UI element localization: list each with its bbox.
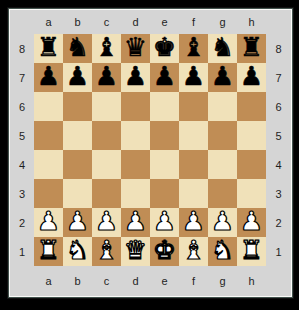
- piece-white-rook[interactable]: ♜: [240, 237, 263, 265]
- piece-white-pawn[interactable]: ♟: [153, 208, 176, 236]
- rank-label-1: 1: [10, 237, 34, 266]
- piece-black-king[interactable]: ♚: [153, 34, 176, 62]
- square-d8[interactable]: ♛: [121, 34, 150, 63]
- file-label-b: b: [63, 266, 92, 296]
- file-label-e: e: [150, 266, 179, 296]
- file-label-f: f: [179, 266, 208, 296]
- rank-label-7: 7: [266, 63, 291, 92]
- piece-black-rook[interactable]: ♜: [37, 34, 60, 62]
- piece-white-knight[interactable]: ♞: [211, 237, 234, 265]
- piece-white-queen[interactable]: ♛: [124, 237, 147, 265]
- square-g8[interactable]: ♞: [208, 34, 237, 63]
- file-label-c: c: [92, 10, 121, 34]
- piece-white-pawn[interactable]: ♟: [211, 208, 234, 236]
- square-a5[interactable]: [34, 121, 63, 150]
- square-d2[interactable]: ♟: [121, 208, 150, 237]
- square-e1[interactable]: ♚: [150, 237, 179, 266]
- square-h2[interactable]: ♟: [237, 208, 266, 237]
- square-g3[interactable]: [208, 179, 237, 208]
- piece-black-bishop[interactable]: ♝: [182, 34, 205, 62]
- piece-white-pawn[interactable]: ♟: [95, 208, 118, 236]
- square-b4[interactable]: [63, 150, 92, 179]
- frame-corner-top-left: [10, 10, 34, 34]
- square-d3[interactable]: [121, 179, 150, 208]
- file-labels-bottom: abcdefgh: [34, 266, 266, 296]
- piece-white-knight[interactable]: ♞: [66, 237, 89, 265]
- piece-black-pawn[interactable]: ♟: [95, 63, 118, 91]
- square-f2[interactable]: ♟: [179, 208, 208, 237]
- rank-label-4: 4: [266, 150, 291, 179]
- piece-black-pawn[interactable]: ♟: [124, 63, 147, 91]
- square-c2[interactable]: ♟: [92, 208, 121, 237]
- square-e4[interactable]: [150, 150, 179, 179]
- file-label-b: b: [63, 10, 92, 34]
- file-label-d: d: [121, 266, 150, 296]
- rank-label-3: 3: [266, 179, 291, 208]
- square-b8[interactable]: ♞: [63, 34, 92, 63]
- piece-black-knight[interactable]: ♞: [66, 34, 89, 62]
- rank-label-2: 2: [266, 208, 291, 237]
- square-c6[interactable]: [92, 92, 121, 121]
- piece-black-pawn[interactable]: ♟: [66, 63, 89, 91]
- square-d7[interactable]: ♟: [121, 63, 150, 92]
- square-g2[interactable]: ♟: [208, 208, 237, 237]
- square-h3[interactable]: [237, 179, 266, 208]
- piece-white-bishop[interactable]: ♝: [95, 237, 118, 265]
- rank-label-2: 2: [10, 208, 34, 237]
- rank-label-3: 3: [10, 179, 34, 208]
- square-c3[interactable]: [92, 179, 121, 208]
- square-f5[interactable]: [179, 121, 208, 150]
- square-e7[interactable]: ♟: [150, 63, 179, 92]
- square-c4[interactable]: [92, 150, 121, 179]
- square-g1[interactable]: ♞: [208, 237, 237, 266]
- file-label-e: e: [150, 10, 179, 34]
- square-b7[interactable]: ♟: [63, 63, 92, 92]
- rank-label-6: 6: [266, 92, 291, 121]
- square-g6[interactable]: [208, 92, 237, 121]
- rank-label-6: 6: [10, 92, 34, 121]
- square-f4[interactable]: [179, 150, 208, 179]
- square-c8[interactable]: ♝: [92, 34, 121, 63]
- rank-label-1: 1: [266, 237, 291, 266]
- piece-black-pawn[interactable]: ♟: [37, 63, 60, 91]
- square-d5[interactable]: [121, 121, 150, 150]
- rank-label-5: 5: [10, 121, 34, 150]
- square-c7[interactable]: ♟: [92, 63, 121, 92]
- square-a8[interactable]: ♜: [34, 34, 63, 63]
- square-h1[interactable]: ♜: [237, 237, 266, 266]
- file-label-g: g: [208, 10, 237, 34]
- square-f8[interactable]: ♝: [179, 34, 208, 63]
- square-f7[interactable]: ♟: [179, 63, 208, 92]
- square-h6[interactable]: [237, 92, 266, 121]
- square-d1[interactable]: ♛: [121, 237, 150, 266]
- rank-label-7: 7: [10, 63, 34, 92]
- square-h7[interactable]: ♟: [237, 63, 266, 92]
- rank-label-8: 8: [266, 34, 291, 63]
- piece-black-rook[interactable]: ♜: [240, 34, 263, 62]
- square-h4[interactable]: [237, 150, 266, 179]
- square-g4[interactable]: [208, 150, 237, 179]
- piece-white-pawn[interactable]: ♟: [66, 208, 89, 236]
- rank-label-4: 4: [10, 150, 34, 179]
- chess-board: ♜♞♝♛♚♝♞♜♟♟♟♟♟♟♟♟♟♟♟♟♟♟♟♟♜♞♝♛♚♝♞♜: [34, 34, 266, 266]
- rank-labels-right: 87654321: [266, 34, 291, 266]
- square-h8[interactable]: ♜: [237, 34, 266, 63]
- square-e8[interactable]: ♚: [150, 34, 179, 63]
- file-label-a: a: [34, 10, 63, 34]
- piece-white-pawn[interactable]: ♟: [37, 208, 60, 236]
- square-h5[interactable]: [237, 121, 266, 150]
- file-label-g: g: [208, 266, 237, 296]
- square-f6[interactable]: [179, 92, 208, 121]
- square-b5[interactable]: [63, 121, 92, 150]
- piece-white-pawn[interactable]: ♟: [240, 208, 263, 236]
- square-a4[interactable]: [34, 150, 63, 179]
- frame-corner-bottom-left: [10, 266, 34, 296]
- piece-black-knight[interactable]: ♞: [211, 34, 234, 62]
- frame-corner-bottom-right: [266, 266, 291, 296]
- piece-white-king[interactable]: ♚: [153, 237, 176, 265]
- square-f1[interactable]: ♝: [179, 237, 208, 266]
- file-label-c: c: [92, 266, 121, 296]
- chess-app-window: abcdefgh 87654321 ♜♞♝♛♚♝♞♜♟♟♟♟♟♟♟♟♟♟♟♟♟♟…: [0, 0, 299, 310]
- piece-white-bishop[interactable]: ♝: [182, 237, 205, 265]
- piece-black-bishop[interactable]: ♝: [95, 34, 118, 62]
- square-b3[interactable]: [63, 179, 92, 208]
- square-e3[interactable]: [150, 179, 179, 208]
- piece-white-pawn[interactable]: ♟: [124, 208, 147, 236]
- square-a7[interactable]: ♟: [34, 63, 63, 92]
- square-a3[interactable]: [34, 179, 63, 208]
- piece-black-pawn[interactable]: ♟: [182, 63, 205, 91]
- rank-label-5: 5: [266, 121, 291, 150]
- piece-white-rook[interactable]: ♜: [37, 237, 60, 265]
- piece-black-pawn[interactable]: ♟: [240, 63, 263, 91]
- square-g7[interactable]: ♟: [208, 63, 237, 92]
- rank-label-8: 8: [10, 34, 34, 63]
- frame-corner-top-right: [266, 10, 291, 34]
- square-d6[interactable]: [121, 92, 150, 121]
- square-e2[interactable]: ♟: [150, 208, 179, 237]
- piece-black-queen[interactable]: ♛: [124, 34, 147, 62]
- square-c1[interactable]: ♝: [92, 237, 121, 266]
- file-label-h: h: [237, 266, 266, 296]
- square-a6[interactable]: [34, 92, 63, 121]
- square-d4[interactable]: [121, 150, 150, 179]
- rank-labels-left: 87654321: [10, 34, 34, 266]
- square-b1[interactable]: ♞: [63, 237, 92, 266]
- square-c5[interactable]: [92, 121, 121, 150]
- square-g5[interactable]: [208, 121, 237, 150]
- square-a1[interactable]: ♜: [34, 237, 63, 266]
- file-label-a: a: [34, 266, 63, 296]
- file-label-d: d: [121, 10, 150, 34]
- piece-black-pawn[interactable]: ♟: [211, 63, 234, 91]
- file-label-f: f: [179, 10, 208, 34]
- file-label-h: h: [237, 10, 266, 34]
- piece-black-pawn[interactable]: ♟: [153, 63, 176, 91]
- square-e5[interactable]: [150, 121, 179, 150]
- square-e6[interactable]: [150, 92, 179, 121]
- board-frame: abcdefgh 87654321 ♜♞♝♛♚♝♞♜♟♟♟♟♟♟♟♟♟♟♟♟♟♟…: [9, 9, 292, 297]
- piece-white-pawn[interactable]: ♟: [182, 208, 205, 236]
- square-f3[interactable]: [179, 179, 208, 208]
- square-a2[interactable]: ♟: [34, 208, 63, 237]
- file-labels-top: abcdefgh: [34, 10, 266, 34]
- square-b6[interactable]: [63, 92, 92, 121]
- square-b2[interactable]: ♟: [63, 208, 92, 237]
